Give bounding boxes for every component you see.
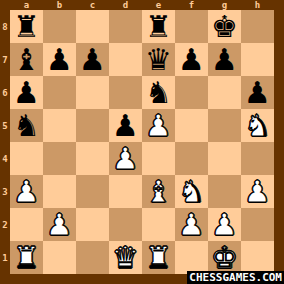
black-rook: ♜ <box>13 12 40 42</box>
square-f2: ♟ <box>175 208 208 241</box>
square-f6 <box>175 76 208 109</box>
white-king: ♚ <box>211 243 238 273</box>
black-pawn: ♟ <box>211 45 238 75</box>
black-king: ♚ <box>211 12 238 42</box>
white-pawn: ♟ <box>46 210 73 240</box>
black-pawn: ♟ <box>13 78 40 108</box>
square-h4 <box>241 142 274 175</box>
square-d4: ♟ <box>109 142 142 175</box>
rank-label-1: 1 <box>0 241 10 274</box>
square-g5 <box>208 109 241 142</box>
square-c8 <box>76 10 109 43</box>
square-h6: ♟ <box>241 76 274 109</box>
square-f8 <box>175 10 208 43</box>
square-e1: ♜ <box>142 241 175 274</box>
rank-label-8: 8 <box>0 10 10 43</box>
white-rook: ♜ <box>145 243 172 273</box>
square-h1 <box>241 241 274 274</box>
square-a5: ♞ <box>10 109 43 142</box>
rank-label-2: 2 <box>0 208 10 241</box>
square-g3 <box>208 175 241 208</box>
rank-labels: 87654321 <box>0 10 10 274</box>
black-pawn: ♟ <box>178 45 205 75</box>
white-knight: ♞ <box>244 111 271 141</box>
square-f4 <box>175 142 208 175</box>
square-g2: ♟ <box>208 208 241 241</box>
white-bishop: ♝ <box>145 177 172 207</box>
square-c7: ♟ <box>76 43 109 76</box>
square-d3 <box>109 175 142 208</box>
black-bishop: ♝ <box>13 45 40 75</box>
white-pawn: ♟ <box>13 177 40 207</box>
square-e3: ♝ <box>142 175 175 208</box>
rank-label-3: 3 <box>0 175 10 208</box>
square-e5: ♟ <box>142 109 175 142</box>
square-a7: ♝ <box>10 43 43 76</box>
rank-label-5: 5 <box>0 109 10 142</box>
square-c5 <box>76 109 109 142</box>
black-rook: ♜ <box>145 12 172 42</box>
square-f3: ♞ <box>175 175 208 208</box>
square-e6: ♞ <box>142 76 175 109</box>
rank-label-6: 6 <box>0 76 10 109</box>
square-a2 <box>10 208 43 241</box>
square-d8 <box>109 10 142 43</box>
white-queen: ♛ <box>112 243 139 273</box>
square-c4 <box>76 142 109 175</box>
square-g4 <box>208 142 241 175</box>
chess-board: ♜♜♚♝♟♟♛♟♟♟♞♟♞♟♟♞♟♟♝♞♟♟♟♟♜♛♜♚ <box>10 10 274 274</box>
chess-diagram: abcdefgh 87654321 ♜♜♚♝♟♟♛♟♟♟♞♟♞♟♟♞♟♟♝♞♟♟… <box>0 0 284 284</box>
square-f1 <box>175 241 208 274</box>
square-a6: ♟ <box>10 76 43 109</box>
square-d2 <box>109 208 142 241</box>
black-knight: ♞ <box>145 78 172 108</box>
square-c1 <box>76 241 109 274</box>
square-h2 <box>241 208 274 241</box>
square-a3: ♟ <box>10 175 43 208</box>
square-d7 <box>109 43 142 76</box>
square-b6 <box>43 76 76 109</box>
black-pawn: ♟ <box>79 45 106 75</box>
rank-label-7: 7 <box>0 43 10 76</box>
square-c6 <box>76 76 109 109</box>
square-g6 <box>208 76 241 109</box>
square-d5: ♟ <box>109 109 142 142</box>
square-d1: ♛ <box>109 241 142 274</box>
square-e8: ♜ <box>142 10 175 43</box>
white-pawn: ♟ <box>145 111 172 141</box>
rank-label-4: 4 <box>0 142 10 175</box>
square-e2 <box>142 208 175 241</box>
white-knight: ♞ <box>178 177 205 207</box>
square-e4 <box>142 142 175 175</box>
square-f5 <box>175 109 208 142</box>
square-b1 <box>43 241 76 274</box>
black-pawn: ♟ <box>112 111 139 141</box>
square-b2: ♟ <box>43 208 76 241</box>
square-h8 <box>241 10 274 43</box>
square-a8: ♜ <box>10 10 43 43</box>
black-pawn: ♟ <box>46 45 73 75</box>
square-g1: ♚ <box>208 241 241 274</box>
white-pawn: ♟ <box>112 144 139 174</box>
square-b3 <box>43 175 76 208</box>
square-e7: ♛ <box>142 43 175 76</box>
square-c2 <box>76 208 109 241</box>
white-pawn: ♟ <box>178 210 205 240</box>
square-b4 <box>43 142 76 175</box>
square-h5: ♞ <box>241 109 274 142</box>
square-h7 <box>241 43 274 76</box>
black-queen: ♛ <box>145 45 172 75</box>
white-rook: ♜ <box>13 243 40 273</box>
square-d6 <box>109 76 142 109</box>
square-f7: ♟ <box>175 43 208 76</box>
square-g7: ♟ <box>208 43 241 76</box>
white-pawn: ♟ <box>211 210 238 240</box>
black-knight: ♞ <box>13 111 40 141</box>
white-pawn: ♟ <box>244 177 271 207</box>
square-b7: ♟ <box>43 43 76 76</box>
square-h3: ♟ <box>241 175 274 208</box>
chessgames-watermark: CHESSGAMES.COM <box>187 271 284 284</box>
square-g8: ♚ <box>208 10 241 43</box>
square-b8 <box>43 10 76 43</box>
square-c3 <box>76 175 109 208</box>
square-a4 <box>10 142 43 175</box>
black-pawn: ♟ <box>244 78 271 108</box>
square-b5 <box>43 109 76 142</box>
square-a1: ♜ <box>10 241 43 274</box>
